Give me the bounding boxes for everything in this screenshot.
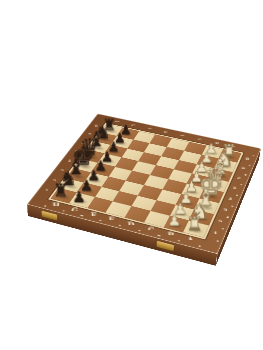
- brass-hinge: [41, 211, 57, 221]
- frame-inlay-dot: [216, 240, 219, 242]
- chess-board: ♜♟♟♜♞♟♟♞♝♟♟♝♛♟♟♛♚♟♟♚♝♟♟♝♞♟♟♞♜♟♟♜ HHGGFFE…: [27, 114, 261, 254]
- frame-inlay-dot: [198, 245, 201, 247]
- perspective-stage: ♜♟♟♜♞♟♟♞♝♟♟♝♛♟♟♛♚♟♟♚♝♟♟♝♞♟♟♞♜♟♟♜ HHGGFFE…: [0, 0, 263, 350]
- brass-hinge: [156, 241, 174, 252]
- piece-white-rook[interactable]: ♜: [186, 214, 203, 233]
- chess-set-product-photo: ♜♟♟♜♞♟♟♞♝♟♟♝♛♟♟♛♚♟♟♚♝♟♟♝♞♟♟♞♜♟♟♜ HHGGFFE…: [0, 0, 263, 350]
